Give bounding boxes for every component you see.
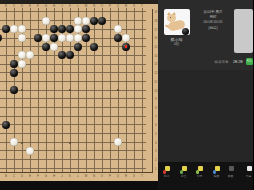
board-intersection[interactable] <box>130 121 138 130</box>
board-intersection[interactable] <box>82 77 90 86</box>
board-intersection[interactable] <box>122 95 130 104</box>
toolbar-item-6[interactable]: 分享 <box>242 166 254 179</box>
board-intersection[interactable] <box>34 68 42 77</box>
board-intersection[interactable] <box>90 112 98 121</box>
board-intersection[interactable] <box>106 121 114 130</box>
board-intersection[interactable] <box>18 129 26 138</box>
board-intersection[interactable] <box>74 138 82 147</box>
board-intersection[interactable] <box>10 138 18 147</box>
board-intersection[interactable] <box>26 68 34 77</box>
board-intersection[interactable] <box>122 34 130 43</box>
board-intersection[interactable] <box>42 16 50 25</box>
board-intersection[interactable] <box>2 34 10 43</box>
board-intersection[interactable] <box>82 51 90 60</box>
board-intersection[interactable] <box>50 86 58 95</box>
board-intersection[interactable] <box>50 51 58 60</box>
board-intersection[interactable] <box>58 34 66 43</box>
board-intersection[interactable] <box>130 112 138 121</box>
board-intersection[interactable] <box>34 129 42 138</box>
board-intersection[interactable] <box>130 129 138 138</box>
board-intersection[interactable] <box>114 112 122 121</box>
white-player-avatar-placeholder[interactable] <box>234 9 253 53</box>
board-intersection[interactable] <box>50 68 58 77</box>
board-intersection[interactable] <box>130 25 138 34</box>
board-intersection[interactable] <box>74 8 82 17</box>
board-intersection[interactable] <box>98 86 106 95</box>
board-intersection[interactable] <box>34 138 42 147</box>
board-intersection[interactable] <box>114 121 122 130</box>
board-intersection[interactable] <box>2 155 10 164</box>
board-intersection[interactable] <box>130 68 138 77</box>
board-intersection[interactable] <box>138 129 146 138</box>
follow-button[interactable]: 关注 <box>246 58 253 65</box>
board-intersection[interactable] <box>130 60 138 69</box>
board-intersection[interactable] <box>90 77 98 86</box>
board-intersection[interactable] <box>138 155 146 164</box>
board-intersection[interactable] <box>98 8 106 17</box>
board-intersection[interactable] <box>18 42 26 51</box>
board-intersection[interactable] <box>90 95 98 104</box>
board-intersection[interactable] <box>130 34 138 43</box>
board-intersection[interactable] <box>42 51 50 60</box>
board-intersection[interactable] <box>50 95 58 104</box>
board-intersection[interactable] <box>10 51 18 60</box>
board-intersection[interactable] <box>10 121 18 130</box>
board-intersection[interactable] <box>50 60 58 69</box>
board-intersection[interactable] <box>130 8 138 17</box>
board-intersection[interactable] <box>98 112 106 121</box>
board-intersection[interactable] <box>18 16 26 25</box>
board-intersection[interactable] <box>66 147 74 156</box>
board-intersection[interactable] <box>98 147 106 156</box>
board-intersection[interactable] <box>18 95 26 104</box>
board-intersection[interactable] <box>42 147 50 156</box>
board-intersection[interactable] <box>90 16 98 25</box>
board-intersection[interactable] <box>66 95 74 104</box>
board-intersection[interactable] <box>138 77 146 86</box>
board-intersection[interactable] <box>34 95 42 104</box>
board-intersection[interactable] <box>90 8 98 17</box>
board-intersection[interactable] <box>138 51 146 60</box>
board-intersection[interactable] <box>18 60 26 69</box>
board-intersection[interactable] <box>90 60 98 69</box>
board-intersection[interactable] <box>82 68 90 77</box>
board-intersection[interactable] <box>130 77 138 86</box>
board-intersection[interactable] <box>122 51 130 60</box>
toolbar-item-4[interactable]: 贴图 <box>210 166 224 179</box>
board-intersection[interactable] <box>82 8 90 17</box>
board-intersection[interactable] <box>18 155 26 164</box>
board-intersection[interactable] <box>82 42 90 51</box>
board-intersection[interactable] <box>18 121 26 130</box>
board-intersection[interactable] <box>10 60 18 69</box>
board-intersection[interactable] <box>90 103 98 112</box>
board-intersection[interactable] <box>90 34 98 43</box>
board-intersection[interactable] <box>50 155 58 164</box>
board-intersection[interactable] <box>42 121 50 130</box>
board-intersection[interactable] <box>18 25 26 34</box>
board-intersection[interactable] <box>58 60 66 69</box>
board-intersection[interactable] <box>18 51 26 60</box>
board-intersection[interactable] <box>26 129 34 138</box>
board-intersection[interactable] <box>82 25 90 34</box>
board-intersection[interactable] <box>26 77 34 86</box>
board-intersection[interactable] <box>66 25 74 34</box>
board-intersection[interactable] <box>2 25 10 34</box>
board-intersection[interactable] <box>2 51 10 60</box>
board-intersection[interactable] <box>74 68 82 77</box>
board-intersection[interactable] <box>2 16 10 25</box>
board-intersection[interactable] <box>106 25 114 34</box>
board-intersection[interactable] <box>66 16 74 25</box>
board-intersection[interactable] <box>2 121 10 130</box>
board-intersection[interactable] <box>98 155 106 164</box>
board-intersection[interactable] <box>42 155 50 164</box>
board-intersection[interactable] <box>138 16 146 25</box>
board-intersection[interactable] <box>10 112 18 121</box>
board-intersection[interactable] <box>122 138 130 147</box>
board-intersection[interactable] <box>58 77 66 86</box>
board-intersection[interactable] <box>2 112 10 121</box>
board-intersection[interactable] <box>10 8 18 17</box>
board-intersection[interactable] <box>66 60 74 69</box>
board-intersection[interactable] <box>34 34 42 43</box>
board-intersection[interactable] <box>130 86 138 95</box>
board-intersection[interactable] <box>82 121 90 130</box>
board-intersection[interactable] <box>58 42 66 51</box>
board-intersection[interactable] <box>26 147 34 156</box>
board-intersection[interactable] <box>106 60 114 69</box>
board-intersection[interactable] <box>34 60 42 69</box>
board-intersection[interactable] <box>122 155 130 164</box>
board-intersection[interactable] <box>106 95 114 104</box>
board-intersection[interactable] <box>42 138 50 147</box>
board-intersection[interactable] <box>138 8 146 17</box>
board-intersection[interactable] <box>82 60 90 69</box>
board-intersection[interactable] <box>122 42 130 51</box>
board-intersection[interactable] <box>106 129 114 138</box>
board-intersection[interactable] <box>42 95 50 104</box>
board-intersection[interactable] <box>106 68 114 77</box>
board-intersection[interactable] <box>138 103 146 112</box>
board-intersection[interactable] <box>90 138 98 147</box>
board-intersection[interactable] <box>138 34 146 43</box>
board-intersection[interactable] <box>114 34 122 43</box>
board-intersection[interactable] <box>10 147 18 156</box>
board-intersection[interactable] <box>106 34 114 43</box>
board-intersection[interactable] <box>34 147 42 156</box>
board-intersection[interactable] <box>26 86 34 95</box>
board-intersection[interactable] <box>2 86 10 95</box>
board-intersection[interactable] <box>34 8 42 17</box>
board-intersection[interactable] <box>26 51 34 60</box>
board-intersection[interactable] <box>90 25 98 34</box>
board-intersection[interactable] <box>34 121 42 130</box>
board-intersection[interactable] <box>42 8 50 17</box>
board-intersection[interactable] <box>10 16 18 25</box>
board-intersection[interactable] <box>58 95 66 104</box>
board-intersection[interactable] <box>74 103 82 112</box>
board-intersection[interactable] <box>122 25 130 34</box>
board-intersection[interactable] <box>74 77 82 86</box>
board-intersection[interactable] <box>122 60 130 69</box>
board-intersection[interactable] <box>50 42 58 51</box>
board-intersection[interactable] <box>58 68 66 77</box>
board-intersection[interactable] <box>42 68 50 77</box>
board-intersection[interactable] <box>66 77 74 86</box>
board-intersection[interactable] <box>26 60 34 69</box>
board-intersection[interactable] <box>2 42 10 51</box>
board-intersection[interactable] <box>26 16 34 25</box>
board-intersection[interactable] <box>98 68 106 77</box>
board-intersection[interactable] <box>130 147 138 156</box>
board-intersection[interactable] <box>2 103 10 112</box>
board-intersection[interactable] <box>138 121 146 130</box>
board-intersection[interactable] <box>122 77 130 86</box>
board-intersection[interactable] <box>122 8 130 17</box>
board-intersection[interactable] <box>2 8 10 17</box>
board-intersection[interactable] <box>2 138 10 147</box>
board-intersection[interactable] <box>26 112 34 121</box>
board-intersection[interactable] <box>138 42 146 51</box>
board-intersection[interactable] <box>42 60 50 69</box>
board-intersection[interactable] <box>66 34 74 43</box>
board-intersection[interactable] <box>122 86 130 95</box>
board-intersection[interactable] <box>82 86 90 95</box>
board-intersection[interactable] <box>106 51 114 60</box>
board-intersection[interactable] <box>42 77 50 86</box>
board-intersection[interactable] <box>114 147 122 156</box>
board-intersection[interactable] <box>98 129 106 138</box>
board-intersection[interactable] <box>26 25 34 34</box>
board-intersection[interactable] <box>90 68 98 77</box>
board-intersection[interactable] <box>90 86 98 95</box>
board-intersection[interactable] <box>26 95 34 104</box>
board-intersection[interactable] <box>106 42 114 51</box>
board-intersection[interactable] <box>90 147 98 156</box>
toolbar-item-3[interactable]: 涂鸦 <box>193 166 207 179</box>
board-intersection[interactable] <box>50 8 58 17</box>
board-intersection[interactable] <box>82 138 90 147</box>
board-intersection[interactable] <box>138 86 146 95</box>
board-intersection[interactable] <box>66 68 74 77</box>
board-intersection[interactable] <box>138 68 146 77</box>
board-intersection[interactable] <box>50 25 58 34</box>
board-intersection[interactable] <box>2 129 10 138</box>
board-intersection[interactable] <box>18 68 26 77</box>
board-intersection[interactable] <box>18 103 26 112</box>
board-intersection[interactable] <box>98 25 106 34</box>
board-intersection[interactable] <box>50 129 58 138</box>
board-intersection[interactable] <box>114 129 122 138</box>
board-intersection[interactable] <box>58 138 66 147</box>
board-intersection[interactable] <box>106 155 114 164</box>
board-intersection[interactable] <box>26 42 34 51</box>
board-intersection[interactable] <box>58 103 66 112</box>
board-intersection[interactable] <box>138 25 146 34</box>
board-intersection[interactable] <box>82 112 90 121</box>
board-intersection[interactable] <box>10 77 18 86</box>
board-intersection[interactable] <box>10 42 18 51</box>
board-intersection[interactable] <box>10 95 18 104</box>
board-intersection[interactable] <box>90 155 98 164</box>
board-intersection[interactable] <box>98 103 106 112</box>
board-intersection[interactable] <box>66 155 74 164</box>
board-intersection[interactable] <box>10 34 18 43</box>
board-intersection[interactable] <box>18 147 26 156</box>
board-intersection[interactable] <box>34 155 42 164</box>
board-intersection[interactable] <box>114 103 122 112</box>
board-intersection[interactable] <box>106 103 114 112</box>
board-intersection[interactable] <box>74 147 82 156</box>
board-intersection[interactable] <box>10 103 18 112</box>
board-intersection[interactable] <box>66 51 74 60</box>
board-intersection[interactable] <box>98 60 106 69</box>
board-intersection[interactable] <box>42 42 50 51</box>
board-intersection[interactable] <box>26 34 34 43</box>
board-intersection[interactable] <box>58 25 66 34</box>
board-intersection[interactable] <box>82 95 90 104</box>
board-intersection[interactable] <box>50 103 58 112</box>
board-intersection[interactable] <box>74 42 82 51</box>
board-intersection[interactable] <box>34 77 42 86</box>
board-intersection[interactable] <box>130 16 138 25</box>
board-intersection[interactable] <box>138 112 146 121</box>
board-intersection[interactable] <box>18 8 26 17</box>
board-intersection[interactable] <box>82 155 90 164</box>
board-intersection[interactable] <box>98 77 106 86</box>
board-intersection[interactable] <box>82 147 90 156</box>
board-intersection[interactable] <box>74 60 82 69</box>
board-intersection[interactable] <box>106 86 114 95</box>
board-intersection[interactable] <box>74 121 82 130</box>
toolbar-item-2[interactable]: 批注 <box>177 166 191 179</box>
board-intersection[interactable] <box>50 16 58 25</box>
board-intersection[interactable] <box>74 155 82 164</box>
board-intersection[interactable] <box>122 121 130 130</box>
board-intersection[interactable] <box>42 112 50 121</box>
board-intersection[interactable] <box>106 147 114 156</box>
board-intersection[interactable] <box>114 155 122 164</box>
board-intersection[interactable] <box>26 138 34 147</box>
board-intersection[interactable] <box>58 147 66 156</box>
board-intersection[interactable] <box>122 16 130 25</box>
board-intersection[interactable] <box>114 51 122 60</box>
board-intersection[interactable] <box>66 42 74 51</box>
board-intersection[interactable] <box>114 138 122 147</box>
board-intersection[interactable] <box>58 86 66 95</box>
board-intersection[interactable] <box>130 42 138 51</box>
board-intersection[interactable] <box>42 34 50 43</box>
board-intersection[interactable] <box>98 138 106 147</box>
board-intersection[interactable] <box>138 138 146 147</box>
board-intersection[interactable] <box>74 95 82 104</box>
board-intersection[interactable] <box>74 86 82 95</box>
board-intersection[interactable] <box>114 25 122 34</box>
board-intersection[interactable] <box>2 68 10 77</box>
board-intersection[interactable] <box>50 77 58 86</box>
board-intersection[interactable] <box>98 16 106 25</box>
board-intersection[interactable] <box>130 138 138 147</box>
board-intersection[interactable] <box>74 129 82 138</box>
board-intersection[interactable] <box>26 121 34 130</box>
board-intersection[interactable] <box>58 155 66 164</box>
board-intersection[interactable] <box>90 129 98 138</box>
board-intersection[interactable] <box>66 129 74 138</box>
board-intersection[interactable] <box>122 129 130 138</box>
board-intersection[interactable] <box>74 34 82 43</box>
board-intersection[interactable] <box>66 112 74 121</box>
board-intersection[interactable] <box>130 155 138 164</box>
board-intersection[interactable] <box>50 147 58 156</box>
board-intersection[interactable] <box>90 51 98 60</box>
board-intersection[interactable] <box>98 121 106 130</box>
board-intersection[interactable] <box>2 95 10 104</box>
board-intersection[interactable] <box>42 86 50 95</box>
board-intersection[interactable] <box>18 112 26 121</box>
board-intersection[interactable] <box>138 147 146 156</box>
board-intersection[interactable] <box>138 60 146 69</box>
board-intersection[interactable] <box>114 95 122 104</box>
board-intersection[interactable] <box>10 25 18 34</box>
board-intersection[interactable] <box>66 8 74 17</box>
board-intersection[interactable] <box>58 121 66 130</box>
board-intersection[interactable] <box>42 129 50 138</box>
board-intersection[interactable] <box>98 51 106 60</box>
board-intersection[interactable] <box>98 34 106 43</box>
board-intersection[interactable] <box>114 68 122 77</box>
board-intersection[interactable] <box>50 34 58 43</box>
board-intersection[interactable] <box>98 95 106 104</box>
board-intersection[interactable] <box>50 138 58 147</box>
board-intersection[interactable] <box>10 129 18 138</box>
board-intersection[interactable] <box>10 68 18 77</box>
board-intersection[interactable] <box>114 42 122 51</box>
board-intersection[interactable] <box>10 155 18 164</box>
board-intersection[interactable] <box>2 77 10 86</box>
board-intersection[interactable] <box>82 103 90 112</box>
board-intersection[interactable] <box>82 129 90 138</box>
board-intersection[interactable] <box>18 34 26 43</box>
board-intersection[interactable] <box>106 77 114 86</box>
board-intersection[interactable] <box>2 60 10 69</box>
board-intersection[interactable] <box>50 112 58 121</box>
board-intersection[interactable] <box>26 103 34 112</box>
board-intersection[interactable] <box>34 16 42 25</box>
toolbar-item-1[interactable]: 标记 <box>160 166 174 179</box>
board-intersection[interactable] <box>130 95 138 104</box>
board-intersection[interactable] <box>106 16 114 25</box>
board-intersection[interactable] <box>2 147 10 156</box>
board-intersection[interactable] <box>90 42 98 51</box>
board-intersection[interactable] <box>66 103 74 112</box>
board-intersection[interactable] <box>34 103 42 112</box>
board-intersection[interactable] <box>106 112 114 121</box>
board-intersection[interactable] <box>34 42 42 51</box>
board-intersection[interactable] <box>34 112 42 121</box>
board-intersection[interactable] <box>130 51 138 60</box>
board-intersection[interactable] <box>50 121 58 130</box>
board-intersection[interactable] <box>34 86 42 95</box>
board-intersection[interactable] <box>58 51 66 60</box>
board-intersection[interactable] <box>58 8 66 17</box>
board-intersection[interactable] <box>74 112 82 121</box>
board-intersection[interactable] <box>114 60 122 69</box>
board-intersection[interactable] <box>74 51 82 60</box>
board-intersection[interactable] <box>138 95 146 104</box>
board-intersection[interactable] <box>122 103 130 112</box>
board-intersection[interactable] <box>114 77 122 86</box>
